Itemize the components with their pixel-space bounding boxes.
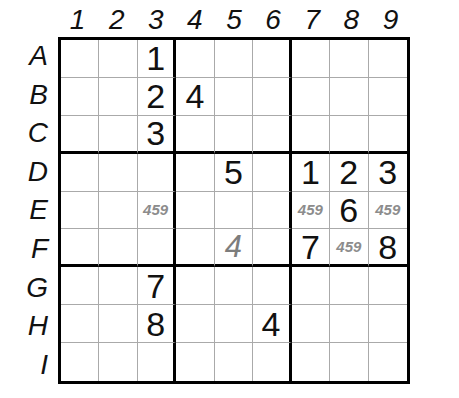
column-label-6: 6 — [254, 0, 293, 37]
cell-I2[interactable] — [99, 343, 137, 381]
cell-H3[interactable]: 8 — [138, 305, 176, 343]
cell-G6[interactable] — [253, 267, 291, 305]
cell-G1[interactable] — [61, 267, 99, 305]
cell-G9[interactable] — [369, 267, 407, 305]
cell-I4[interactable] — [176, 343, 214, 381]
sudoku-grid: 124351234594596459474598784 — [58, 37, 410, 384]
column-label-8: 8 — [332, 0, 371, 37]
cell-A3[interactable]: 1 — [138, 40, 176, 78]
column-label-1: 1 — [58, 0, 97, 37]
cell-E5[interactable] — [215, 192, 253, 230]
cell-B3[interactable]: 2 — [138, 78, 176, 116]
cell-E2[interactable] — [99, 192, 137, 230]
cell-G4[interactable] — [176, 267, 214, 305]
column-label-2: 2 — [97, 0, 136, 37]
cell-C9[interactable] — [369, 116, 407, 154]
cell-C7[interactable] — [292, 116, 330, 154]
cell-E4[interactable] — [176, 192, 214, 230]
cell-B5[interactable] — [215, 78, 253, 116]
row-labels: ABCDEFGHI — [0, 37, 58, 384]
cell-E8[interactable]: 6 — [330, 192, 368, 230]
cell-D6[interactable] — [253, 154, 291, 192]
cell-B1[interactable] — [61, 78, 99, 116]
cell-G2[interactable] — [99, 267, 137, 305]
cell-D4[interactable] — [176, 154, 214, 192]
cell-G8[interactable] — [330, 267, 368, 305]
cell-G3[interactable]: 7 — [138, 267, 176, 305]
cell-C5[interactable] — [215, 116, 253, 154]
cell-C3[interactable]: 3 — [138, 116, 176, 154]
cell-I8[interactable] — [330, 343, 368, 381]
row-label-I: I — [0, 345, 58, 384]
cell-F6[interactable] — [253, 229, 291, 267]
cell-I5[interactable] — [215, 343, 253, 381]
cell-E6[interactable] — [253, 192, 291, 230]
cell-I3[interactable] — [138, 343, 176, 381]
cell-D8[interactable]: 2 — [330, 154, 368, 192]
cell-D7[interactable]: 1 — [292, 154, 330, 192]
row-label-B: B — [0, 76, 58, 115]
cell-C1[interactable] — [61, 116, 99, 154]
cell-H6[interactable]: 4 — [253, 305, 291, 343]
cell-C8[interactable] — [330, 116, 368, 154]
cell-H4[interactable] — [176, 305, 214, 343]
cell-D5[interactable]: 5 — [215, 154, 253, 192]
cell-F7[interactable]: 7 — [292, 229, 330, 267]
cell-E3[interactable]: 459 — [138, 192, 176, 230]
row-label-H: H — [0, 307, 58, 346]
cell-B9[interactable] — [369, 78, 407, 116]
row-label-C: C — [0, 114, 58, 153]
cell-H5[interactable] — [215, 305, 253, 343]
cell-F9[interactable]: 8 — [369, 229, 407, 267]
cell-A1[interactable] — [61, 40, 99, 78]
cell-H1[interactable] — [61, 305, 99, 343]
cell-A9[interactable] — [369, 40, 407, 78]
cell-I6[interactable] — [253, 343, 291, 381]
cell-D2[interactable] — [99, 154, 137, 192]
cell-A5[interactable] — [215, 40, 253, 78]
cell-F3[interactable] — [138, 229, 176, 267]
cell-I7[interactable] — [292, 343, 330, 381]
cell-H9[interactable] — [369, 305, 407, 343]
column-label-9: 9 — [371, 0, 410, 37]
cell-F1[interactable] — [61, 229, 99, 267]
cell-E1[interactable] — [61, 192, 99, 230]
cell-B7[interactable] — [292, 78, 330, 116]
cell-D3[interactable] — [138, 154, 176, 192]
row-label-F: F — [0, 230, 58, 269]
column-label-4: 4 — [175, 0, 214, 37]
cell-A8[interactable] — [330, 40, 368, 78]
cell-F8[interactable]: 459 — [330, 229, 368, 267]
row-label-G: G — [0, 268, 58, 307]
row-label-A: A — [0, 37, 58, 76]
cell-B6[interactable] — [253, 78, 291, 116]
cell-C6[interactable] — [253, 116, 291, 154]
cell-H8[interactable] — [330, 305, 368, 343]
cell-F5[interactable]: 4 — [215, 229, 253, 267]
column-label-5: 5 — [214, 0, 253, 37]
sudoku-page: 123456789 ABCDEFGHI 12435123459459645947… — [0, 0, 459, 398]
cell-I1[interactable] — [61, 343, 99, 381]
row-label-E: E — [0, 191, 58, 230]
column-labels: 123456789 — [58, 0, 410, 37]
cell-B8[interactable] — [330, 78, 368, 116]
cell-B4[interactable]: 4 — [176, 78, 214, 116]
cell-F4[interactable] — [176, 229, 214, 267]
cell-B2[interactable] — [99, 78, 137, 116]
cell-A7[interactable] — [292, 40, 330, 78]
cell-G7[interactable] — [292, 267, 330, 305]
cell-A2[interactable] — [99, 40, 137, 78]
column-label-3: 3 — [136, 0, 175, 37]
cell-E7[interactable]: 459 — [292, 192, 330, 230]
cell-A4[interactable] — [176, 40, 214, 78]
cell-C2[interactable] — [99, 116, 137, 154]
cell-I9[interactable] — [369, 343, 407, 381]
row-label-D: D — [0, 153, 58, 192]
cell-D9[interactable]: 3 — [369, 154, 407, 192]
cell-G5[interactable] — [215, 267, 253, 305]
column-label-7: 7 — [293, 0, 332, 37]
cell-F2[interactable] — [99, 229, 137, 267]
cell-D1[interactable] — [61, 154, 99, 192]
cell-H7[interactable] — [292, 305, 330, 343]
cell-E9[interactable]: 459 — [369, 192, 407, 230]
cell-C4[interactable] — [176, 116, 214, 154]
cell-H2[interactable] — [99, 305, 137, 343]
cell-A6[interactable] — [253, 40, 291, 78]
